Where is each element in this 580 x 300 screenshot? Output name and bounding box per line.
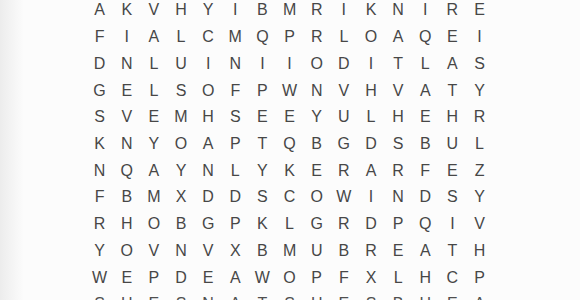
grid-cell-r12c15[interactable]: A <box>466 291 493 300</box>
grid-cell-r8c5[interactable]: D <box>195 184 222 211</box>
grid-cell-r7c14[interactable]: E <box>439 157 466 184</box>
grid-cell-r4c5[interactable]: O <box>195 77 222 104</box>
grid-cell-r5c11[interactable]: L <box>357 104 384 131</box>
grid-cell-r12c14[interactable]: E <box>439 291 466 300</box>
grid-cell-r2c13[interactable]: Q <box>412 24 439 51</box>
grid-cell-r3c8[interactable]: I <box>276 50 303 77</box>
grid-cell-r5c6[interactable]: S <box>222 104 249 131</box>
grid-cell-r1c4[interactable]: H <box>167 0 194 24</box>
grid-cell-r10c10[interactable]: B <box>330 237 357 264</box>
grid-cell-r7c9[interactable]: E <box>303 157 330 184</box>
grid-cell-r4c15[interactable]: Y <box>466 77 493 104</box>
grid-cell-r1c6[interactable]: I <box>222 0 249 24</box>
grid-cell-r1c13[interactable]: I <box>412 0 439 24</box>
grid-cell-r5c3[interactable]: E <box>140 104 167 131</box>
grid-cell-r4c3[interactable]: L <box>140 77 167 104</box>
grid-cell-r12c1[interactable]: S <box>86 291 113 300</box>
grid-cell-r1c15[interactable]: E <box>466 0 493 24</box>
grid-cell-r11c5[interactable]: E <box>195 264 222 291</box>
grid-cell-r9c7[interactable]: K <box>249 211 276 238</box>
grid-cell-r8c13[interactable]: D <box>412 184 439 211</box>
grid-cell-r8c8[interactable]: C <box>276 184 303 211</box>
grid-cell-r9c11[interactable]: D <box>357 211 384 238</box>
grid-cell-r5c5[interactable]: H <box>195 104 222 131</box>
grid-cell-r3c13[interactable]: L <box>412 50 439 77</box>
grid-cell-r10c3[interactable]: V <box>140 237 167 264</box>
grid-cell-r10c1[interactable]: Y <box>86 237 113 264</box>
grid-cell-r7c7[interactable]: Y <box>249 157 276 184</box>
grid-cell-r8c3[interactable]: M <box>140 184 167 211</box>
page-edge-shadow <box>0 0 24 300</box>
grid-cell-r9c2[interactable]: H <box>113 211 140 238</box>
grid-cell-r7c8[interactable]: K <box>276 157 303 184</box>
grid-cell-r3c9[interactable]: O <box>303 50 330 77</box>
grid-cell-r5c7[interactable]: E <box>249 104 276 131</box>
grid-cell-r1c5[interactable]: Y <box>195 0 222 24</box>
grid-cell-r6c4[interactable]: O <box>167 131 194 158</box>
grid-cell-r5c1[interactable]: S <box>86 104 113 131</box>
grid-cell-r4c10[interactable]: V <box>330 77 357 104</box>
grid-cell-r4c8[interactable]: W <box>276 77 303 104</box>
grid-cell-r7c1[interactable]: N <box>86 157 113 184</box>
grid-cell-r1c10[interactable]: I <box>330 0 357 24</box>
grid-cell-r11c9[interactable]: P <box>303 264 330 291</box>
grid-cell-r6c14[interactable]: U <box>439 131 466 158</box>
grid-cell-r3c6[interactable]: N <box>222 50 249 77</box>
grid-cell-r9c4[interactable]: B <box>167 211 194 238</box>
grid-cell-r6c9[interactable]: B <box>303 131 330 158</box>
grid-cell-r1c14[interactable]: R <box>439 0 466 24</box>
grid-cell-r2c2[interactable]: I <box>113 24 140 51</box>
grid-cell-r10c9[interactable]: U <box>303 237 330 264</box>
grid-cell-r3c14[interactable]: A <box>439 50 466 77</box>
grid-cell-r5c9[interactable]: Y <box>303 104 330 131</box>
grid-cell-r10c2[interactable]: O <box>113 237 140 264</box>
grid-cell-r4c13[interactable]: A <box>412 77 439 104</box>
grid-cell-r10c4[interactable]: N <box>167 237 194 264</box>
grid-cell-r2c5[interactable]: C <box>195 24 222 51</box>
grid-cell-r8c11[interactable]: I <box>357 184 384 211</box>
grid-cell-r3c1[interactable]: D <box>86 50 113 77</box>
grid-cell-r2c4[interactable]: L <box>167 24 194 51</box>
grid-cell-r2c15[interactable]: I <box>466 24 493 51</box>
grid-cell-r2c9[interactable]: R <box>303 24 330 51</box>
grid-cell-r9c6[interactable]: P <box>222 211 249 238</box>
grid-cell-r9c12[interactable]: P <box>385 211 412 238</box>
grid-cell-r12c11[interactable]: S <box>357 291 384 300</box>
grid-cell-r5c2[interactable]: V <box>113 104 140 131</box>
grid-cell-r6c3[interactable]: Y <box>140 131 167 158</box>
grid-cell-r12c4[interactable]: S <box>167 291 194 300</box>
grid-cell-r11c7[interactable]: W <box>249 264 276 291</box>
grid-cell-r12c13[interactable]: H <box>412 291 439 300</box>
grid-cell-r4c4[interactable]: S <box>167 77 194 104</box>
grid-cell-r8c10[interactable]: W <box>330 184 357 211</box>
grid-cell-r2c14[interactable]: E <box>439 24 466 51</box>
grid-cell-r12c7[interactable]: T <box>249 291 276 300</box>
grid-cell-r9c5[interactable]: G <box>195 211 222 238</box>
grid-cell-r8c1[interactable]: F <box>86 184 113 211</box>
grid-cell-r3c3[interactable]: L <box>140 50 167 77</box>
grid-cell-r1c12[interactable]: N <box>385 0 412 24</box>
grid-cell-r12c2[interactable]: H <box>113 291 140 300</box>
grid-cell-r7c3[interactable]: A <box>140 157 167 184</box>
grid-cell-r1c7[interactable]: B <box>249 0 276 24</box>
grid-cell-r5c15[interactable]: R <box>466 104 493 131</box>
grid-cell-r11c6[interactable]: A <box>222 264 249 291</box>
grid-cell-r6c8[interactable]: Q <box>276 131 303 158</box>
word-search-puzzle: AKVHYIBMRIKNIREFIALCMQPRLOAQEIDNLUINIIOD… <box>0 0 580 300</box>
grid-cell-r8c6[interactable]: D <box>222 184 249 211</box>
grid-cell-r12c9[interactable]: H <box>303 291 330 300</box>
grid-cell-r1c8[interactable]: M <box>276 0 303 24</box>
grid-cell-r5c12[interactable]: H <box>385 104 412 131</box>
grid-cell-r11c15[interactable]: P <box>466 264 493 291</box>
grid-cell-r7c13[interactable]: F <box>412 157 439 184</box>
grid-cell-r5c14[interactable]: H <box>439 104 466 131</box>
grid-cell-r10c6[interactable]: X <box>222 237 249 264</box>
grid-cell-r9c1[interactable]: R <box>86 211 113 238</box>
grid-cell-r8c14[interactable]: S <box>439 184 466 211</box>
grid-cell-r8c15[interactable]: Y <box>466 184 493 211</box>
grid-cell-r10c8[interactable]: M <box>276 237 303 264</box>
grid-cell-r4c6[interactable]: F <box>222 77 249 104</box>
grid-cell-r5c4[interactable]: M <box>167 104 194 131</box>
grid-cell-r11c13[interactable]: H <box>412 264 439 291</box>
grid-cell-r10c5[interactable]: V <box>195 237 222 264</box>
grid-cell-r4c1[interactable]: G <box>86 77 113 104</box>
grid-cell-r10c12[interactable]: E <box>385 237 412 264</box>
grid-cell-r1c1[interactable]: A <box>86 0 113 24</box>
grid-cell-r7c6[interactable]: L <box>222 157 249 184</box>
grid-cell-r12c10[interactable]: E <box>330 291 357 300</box>
grid-cell-r3c11[interactable]: I <box>357 50 384 77</box>
grid-cell-r10c11[interactable]: R <box>357 237 384 264</box>
grid-cell-r2c7[interactable]: Q <box>249 24 276 51</box>
grid-cell-r11c14[interactable]: C <box>439 264 466 291</box>
grid-cell-r11c1[interactable]: W <box>86 264 113 291</box>
grid-cell-r1c9[interactable]: R <box>303 0 330 24</box>
grid-cell-r2c6[interactable]: M <box>222 24 249 51</box>
grid-cell-r2c11[interactable]: O <box>357 24 384 51</box>
grid-cell-r10c15[interactable]: H <box>466 237 493 264</box>
grid-cell-r6c1[interactable]: K <box>86 131 113 158</box>
grid-cell-r8c7[interactable]: S <box>249 184 276 211</box>
grid-cell-r4c11[interactable]: H <box>357 77 384 104</box>
grid-cell-r7c10[interactable]: R <box>330 157 357 184</box>
grid-cell-r2c3[interactable]: A <box>140 24 167 51</box>
grid-cell-r3c15[interactable]: S <box>466 50 493 77</box>
grid-cell-r6c5[interactable]: A <box>195 131 222 158</box>
grid-cell-r6c11[interactable]: D <box>357 131 384 158</box>
grid-cell-r3c2[interactable]: N <box>113 50 140 77</box>
grid-cell-r1c3[interactable]: V <box>140 0 167 24</box>
grid-cell-r12c3[interactable]: E <box>140 291 167 300</box>
grid-cell-r7c2[interactable]: Q <box>113 157 140 184</box>
grid-cell-r3c4[interactable]: U <box>167 50 194 77</box>
word-search-grid: AKVHYIBMRIKNIREFIALCMQPRLOAQEIDNLUINIIOD… <box>86 0 493 300</box>
grid-cell-r11c12[interactable]: L <box>385 264 412 291</box>
grid-cell-r11c10[interactable]: F <box>330 264 357 291</box>
grid-cell-r12c5[interactable]: N <box>195 291 222 300</box>
grid-cell-r6c15[interactable]: L <box>466 131 493 158</box>
grid-cell-r10c13[interactable]: A <box>412 237 439 264</box>
grid-cell-r10c14[interactable]: T <box>439 237 466 264</box>
grid-cell-r9c10[interactable]: R <box>330 211 357 238</box>
grid-cell-r5c8[interactable]: E <box>276 104 303 131</box>
grid-cell-r9c8[interactable]: L <box>276 211 303 238</box>
grid-cell-r6c13[interactable]: B <box>412 131 439 158</box>
grid-cell-r6c6[interactable]: P <box>222 131 249 158</box>
grid-cell-r9c3[interactable]: O <box>140 211 167 238</box>
grid-cell-r7c11[interactable]: A <box>357 157 384 184</box>
grid-cell-r3c10[interactable]: D <box>330 50 357 77</box>
grid-cell-r11c3[interactable]: P <box>140 264 167 291</box>
grid-cell-r9c13[interactable]: Q <box>412 211 439 238</box>
grid-cell-r8c4[interactable]: X <box>167 184 194 211</box>
grid-cell-r11c2[interactable]: E <box>113 264 140 291</box>
grid-cell-r7c5[interactable]: N <box>195 157 222 184</box>
grid-cell-r4c2[interactable]: E <box>113 77 140 104</box>
grid-cell-r12c6[interactable]: A <box>222 291 249 300</box>
grid-cell-r8c2[interactable]: B <box>113 184 140 211</box>
grid-cell-r8c9[interactable]: O <box>303 184 330 211</box>
grid-cell-r3c5[interactable]: I <box>195 50 222 77</box>
grid-cell-r5c13[interactable]: E <box>412 104 439 131</box>
grid-cell-r2c8[interactable]: P <box>276 24 303 51</box>
grid-cell-r1c11[interactable]: K <box>357 0 384 24</box>
grid-cell-r11c11[interactable]: X <box>357 264 384 291</box>
grid-cell-r6c7[interactable]: T <box>249 131 276 158</box>
grid-cell-r11c4[interactable]: D <box>167 264 194 291</box>
grid-cell-r3c7[interactable]: I <box>249 50 276 77</box>
grid-cell-r4c7[interactable]: P <box>249 77 276 104</box>
grid-cell-r9c9[interactable]: G <box>303 211 330 238</box>
grid-cell-r4c9[interactable]: N <box>303 77 330 104</box>
grid-cell-r6c12[interactable]: S <box>385 131 412 158</box>
grid-cell-r12c12[interactable]: B <box>385 291 412 300</box>
grid-cell-r3c12[interactable]: T <box>385 50 412 77</box>
grid-cell-r6c2[interactable]: N <box>113 131 140 158</box>
grid-cell-r9c15[interactable]: V <box>466 211 493 238</box>
grid-cell-r1c2[interactable]: K <box>113 0 140 24</box>
grid-cell-r5c10[interactable]: U <box>330 104 357 131</box>
grid-cell-r2c1[interactable]: F <box>86 24 113 51</box>
grid-cell-r6c10[interactable]: G <box>330 131 357 158</box>
grid-cell-r7c12[interactable]: R <box>385 157 412 184</box>
grid-cell-r4c12[interactable]: V <box>385 77 412 104</box>
grid-cell-r4c14[interactable]: T <box>439 77 466 104</box>
grid-cell-r12c8[interactable]: S <box>276 291 303 300</box>
grid-cell-r7c15[interactable]: Z <box>466 157 493 184</box>
grid-cell-r2c10[interactable]: L <box>330 24 357 51</box>
grid-cell-r10c7[interactable]: B <box>249 237 276 264</box>
grid-cell-r8c12[interactable]: N <box>385 184 412 211</box>
grid-cell-r2c12[interactable]: A <box>385 24 412 51</box>
grid-cell-r7c4[interactable]: Y <box>167 157 194 184</box>
grid-cell-r9c14[interactable]: I <box>439 211 466 238</box>
grid-cell-r11c8[interactable]: O <box>276 264 303 291</box>
